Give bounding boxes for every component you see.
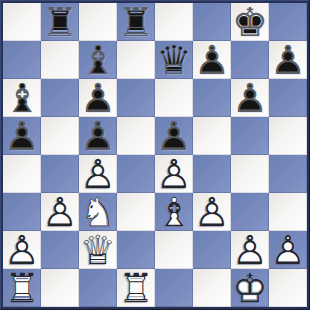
square-d7[interactable] — [117, 41, 155, 79]
white-queen-glyph-outline: ♕ — [79, 231, 117, 269]
square-h3[interactable] — [269, 193, 307, 231]
square-c1[interactable] — [79, 269, 117, 307]
chess-board: ♜♖♜♖♚♔♝♗♛♕♟♙♟♙♝♗♟♙♟♙♟♙♟♙♟♙♟♙♟♙♟♙♞♘♝♗♟♙♟♙… — [3, 3, 307, 307]
square-h5[interactable] — [269, 117, 307, 155]
square-g5[interactable] — [231, 117, 269, 155]
white-rook[interactable]: ♜♖ — [117, 269, 155, 307]
white-pawn[interactable]: ♟♙ — [155, 155, 193, 193]
square-f4[interactable] — [193, 155, 231, 193]
square-g7[interactable] — [231, 41, 269, 79]
square-b1[interactable] — [41, 269, 79, 307]
square-d2[interactable] — [117, 231, 155, 269]
white-pawn-glyph-outline: ♙ — [231, 231, 269, 269]
square-g2[interactable]: ♟♙ — [231, 231, 269, 269]
white-pawn[interactable]: ♟♙ — [269, 231, 307, 269]
square-h6[interactable] — [269, 79, 307, 117]
square-a3[interactable] — [3, 193, 41, 231]
square-c6[interactable]: ♟♙ — [79, 79, 117, 117]
white-pawn-glyph-outline: ♙ — [3, 231, 41, 269]
square-e5[interactable]: ♟♙ — [155, 117, 193, 155]
black-pawn-glyph-outline: ♙ — [3, 117, 41, 155]
white-pawn-glyph-outline: ♙ — [193, 193, 231, 231]
black-rook[interactable]: ♜♖ — [41, 3, 79, 41]
white-king-glyph-outline: ♔ — [231, 269, 269, 307]
white-pawn[interactable]: ♟♙ — [3, 231, 41, 269]
square-b7[interactable] — [41, 41, 79, 79]
square-h1[interactable] — [269, 269, 307, 307]
square-c2[interactable]: ♛♕ — [79, 231, 117, 269]
black-pawn-glyph-outline: ♙ — [269, 41, 307, 79]
square-a6[interactable]: ♝♗ — [3, 79, 41, 117]
square-h4[interactable] — [269, 155, 307, 193]
square-g3[interactable] — [231, 193, 269, 231]
square-c5[interactable]: ♟♙ — [79, 117, 117, 155]
square-a7[interactable] — [3, 41, 41, 79]
square-f6[interactable] — [193, 79, 231, 117]
square-e8[interactable] — [155, 3, 193, 41]
square-f3[interactable]: ♟♙ — [193, 193, 231, 231]
square-f5[interactable] — [193, 117, 231, 155]
white-pawn-glyph-outline: ♙ — [155, 155, 193, 193]
square-g4[interactable] — [231, 155, 269, 193]
square-b6[interactable] — [41, 79, 79, 117]
black-pawn-glyph-outline: ♙ — [231, 79, 269, 117]
black-rook[interactable]: ♜♖ — [117, 3, 155, 41]
square-b8[interactable]: ♜♖ — [41, 3, 79, 41]
square-g8[interactable]: ♚♔ — [231, 3, 269, 41]
black-pawn-glyph-outline: ♙ — [79, 79, 117, 117]
black-rook-glyph-outline: ♖ — [117, 3, 155, 41]
white-knight[interactable]: ♞♘ — [79, 193, 117, 231]
black-pawn[interactable]: ♟♙ — [155, 117, 193, 155]
square-g6[interactable]: ♟♙ — [231, 79, 269, 117]
square-d4[interactable] — [117, 155, 155, 193]
square-d3[interactable] — [117, 193, 155, 231]
black-queen-glyph-outline: ♕ — [155, 41, 193, 79]
black-bishop[interactable]: ♝♗ — [79, 41, 117, 79]
black-bishop-glyph-outline: ♗ — [3, 79, 41, 117]
square-f8[interactable] — [193, 3, 231, 41]
square-e3[interactable]: ♝♗ — [155, 193, 193, 231]
square-b2[interactable] — [41, 231, 79, 269]
square-e4[interactable]: ♟♙ — [155, 155, 193, 193]
white-queen[interactable]: ♛♕ — [79, 231, 117, 269]
white-pawn[interactable]: ♟♙ — [41, 193, 79, 231]
square-c4[interactable]: ♟♙ — [79, 155, 117, 193]
black-queen[interactable]: ♛♕ — [155, 41, 193, 79]
square-a8[interactable] — [3, 3, 41, 41]
black-pawn-glyph-outline: ♙ — [193, 41, 231, 79]
square-h2[interactable]: ♟♙ — [269, 231, 307, 269]
square-h8[interactable] — [269, 3, 307, 41]
square-a2[interactable]: ♟♙ — [3, 231, 41, 269]
square-b5[interactable] — [41, 117, 79, 155]
black-pawn-glyph-outline: ♙ — [155, 117, 193, 155]
square-e1[interactable] — [155, 269, 193, 307]
white-rook-glyph-outline: ♖ — [3, 269, 41, 307]
square-c8[interactable] — [79, 3, 117, 41]
black-pawn-glyph-outline: ♙ — [79, 117, 117, 155]
black-king[interactable]: ♚♔ — [231, 3, 269, 41]
white-pawn-glyph-outline: ♙ — [79, 155, 117, 193]
square-a4[interactable] — [3, 155, 41, 193]
black-pawn[interactable]: ♟♙ — [3, 117, 41, 155]
black-pawn[interactable]: ♟♙ — [79, 79, 117, 117]
white-pawn-glyph-outline: ♙ — [41, 193, 79, 231]
white-pawn[interactable]: ♟♙ — [193, 193, 231, 231]
square-d1[interactable]: ♜♖ — [117, 269, 155, 307]
chess-board-frame: ♜♖♜♖♚♔♝♗♛♕♟♙♟♙♝♗♟♙♟♙♟♙♟♙♟♙♟♙♟♙♟♙♞♘♝♗♟♙♟♙… — [0, 0, 310, 310]
square-d6[interactable] — [117, 79, 155, 117]
square-e7[interactable]: ♛♕ — [155, 41, 193, 79]
square-c7[interactable]: ♝♗ — [79, 41, 117, 79]
white-pawn[interactable]: ♟♙ — [79, 155, 117, 193]
white-pawn-glyph-outline: ♙ — [269, 231, 307, 269]
square-h7[interactable]: ♟♙ — [269, 41, 307, 79]
square-a5[interactable]: ♟♙ — [3, 117, 41, 155]
white-rook-glyph-outline: ♖ — [117, 269, 155, 307]
square-c3[interactable]: ♞♘ — [79, 193, 117, 231]
black-pawn[interactable]: ♟♙ — [193, 41, 231, 79]
square-f7[interactable]: ♟♙ — [193, 41, 231, 79]
black-pawn[interactable]: ♟♙ — [231, 79, 269, 117]
square-b4[interactable] — [41, 155, 79, 193]
square-b3[interactable]: ♟♙ — [41, 193, 79, 231]
white-rook[interactable]: ♜♖ — [3, 269, 41, 307]
square-d8[interactable]: ♜♖ — [117, 3, 155, 41]
black-pawn[interactable]: ♟♙ — [79, 117, 117, 155]
black-bishop-glyph-outline: ♗ — [79, 41, 117, 79]
square-e2[interactable] — [155, 231, 193, 269]
white-bishop[interactable]: ♝♗ — [155, 193, 193, 231]
square-d5[interactable] — [117, 117, 155, 155]
black-rook-glyph-outline: ♖ — [41, 3, 79, 41]
square-a1[interactable]: ♜♖ — [3, 269, 41, 307]
square-g1[interactable]: ♚♔ — [231, 269, 269, 307]
square-e6[interactable] — [155, 79, 193, 117]
white-bishop-glyph-outline: ♗ — [155, 193, 193, 231]
black-bishop[interactable]: ♝♗ — [3, 79, 41, 117]
black-king-glyph-outline: ♔ — [231, 3, 269, 41]
white-king[interactable]: ♚♔ — [231, 269, 269, 307]
black-pawn[interactable]: ♟♙ — [269, 41, 307, 79]
square-f1[interactable] — [193, 269, 231, 307]
square-f2[interactable] — [193, 231, 231, 269]
white-knight-glyph-outline: ♘ — [79, 193, 117, 231]
white-pawn[interactable]: ♟♙ — [231, 231, 269, 269]
